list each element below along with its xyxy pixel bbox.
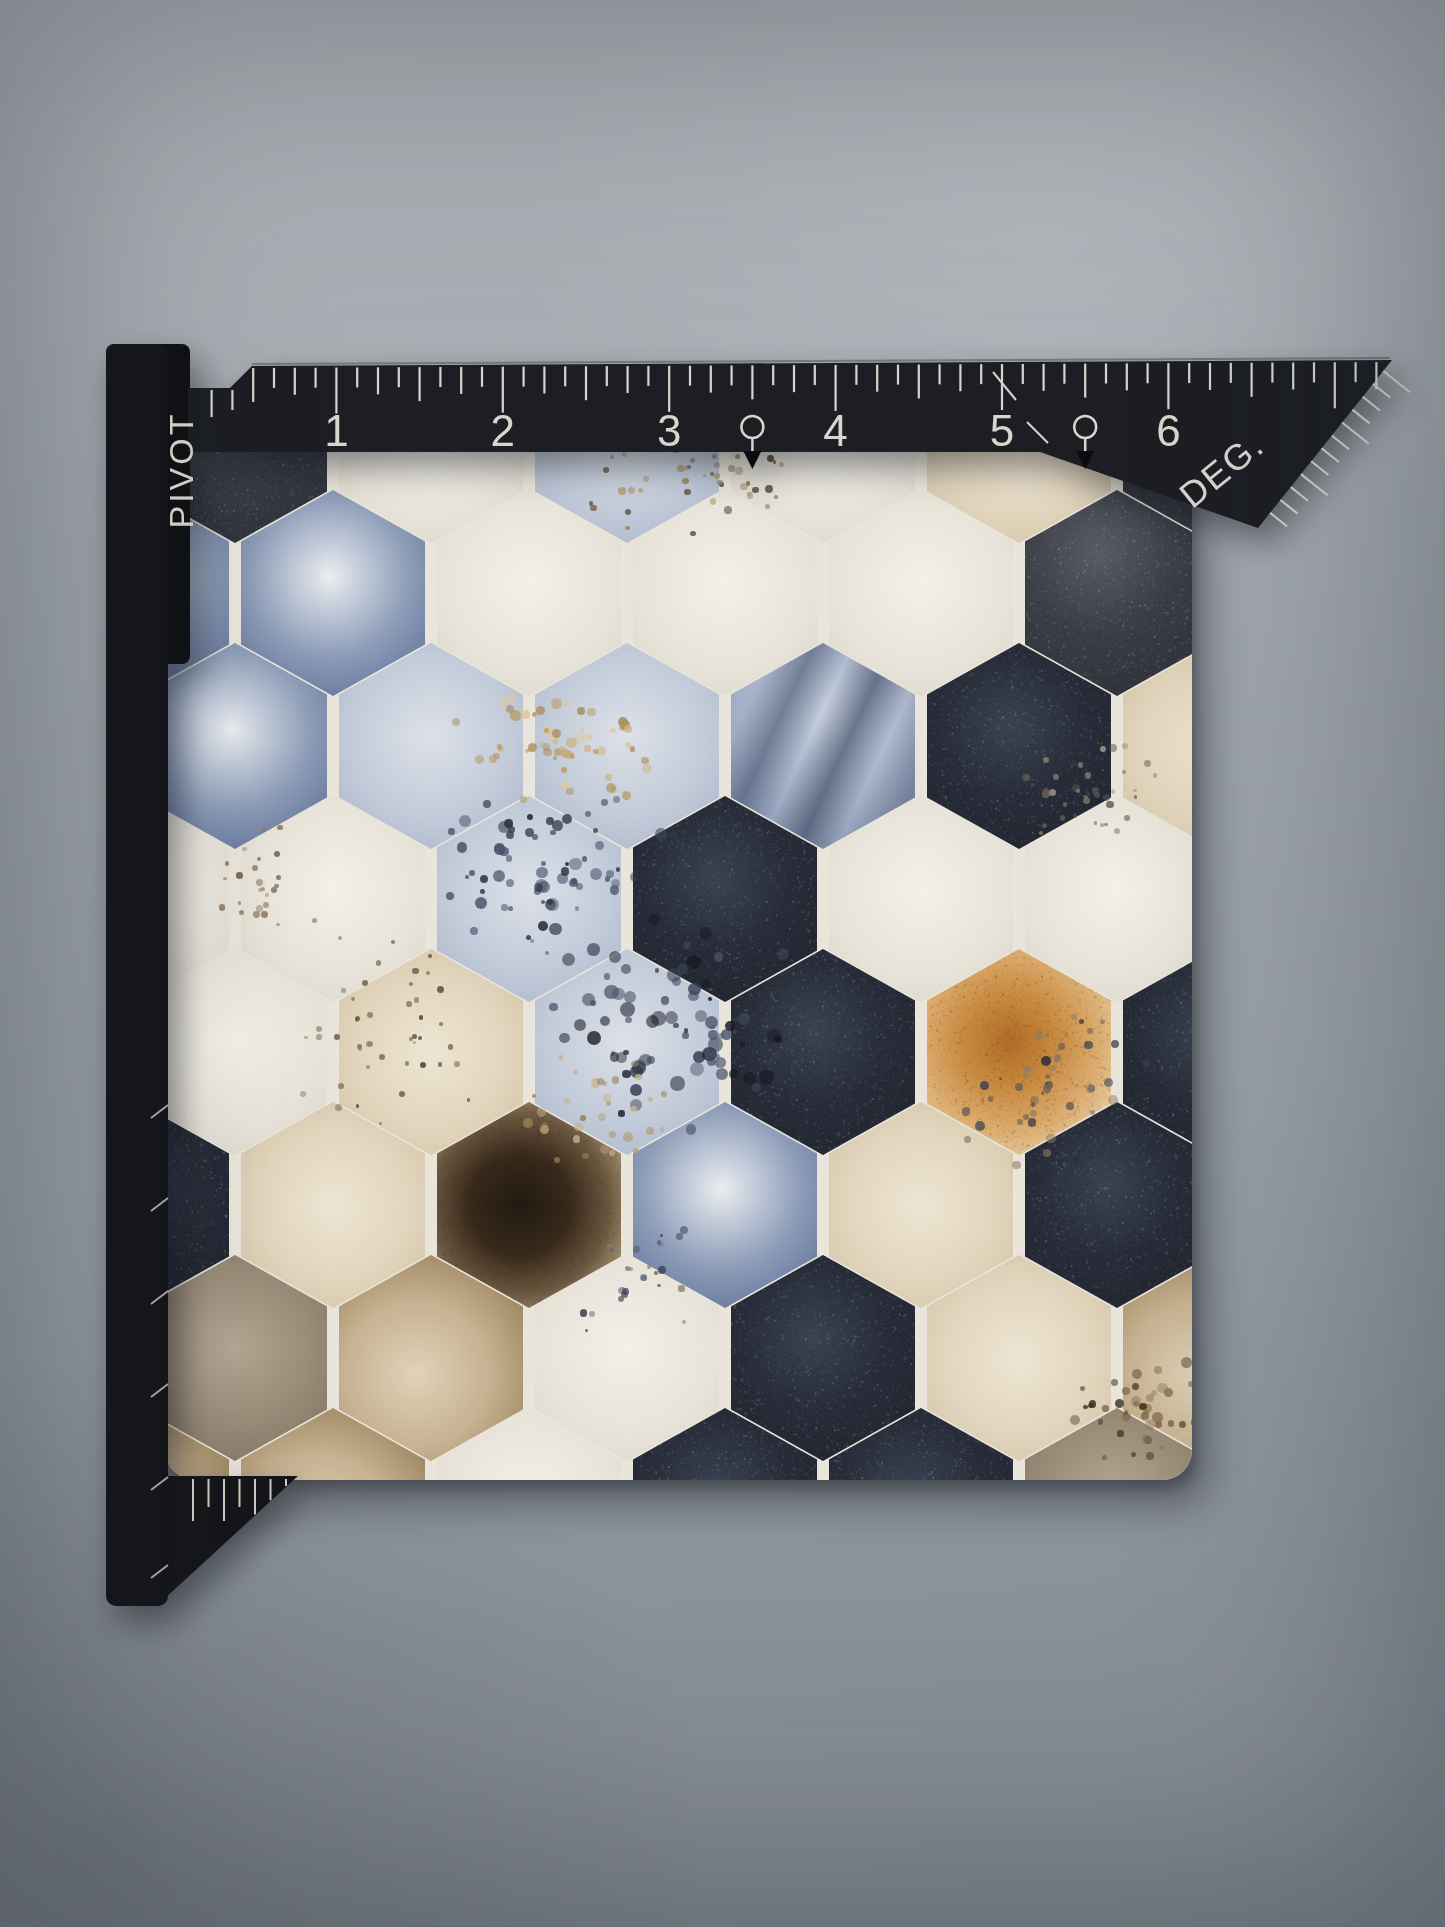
inch-label-4: 4: [823, 406, 847, 455]
tick-mark: [1291, 487, 1308, 501]
ruler-bottom-arm: [163, 1476, 298, 1600]
tick-mark: [1352, 410, 1369, 424]
tick-mark: [1373, 384, 1390, 398]
ruler-left-bar: [106, 344, 168, 1606]
tick-mark: [1280, 500, 1297, 514]
tick-mark: [1270, 513, 1287, 527]
pivot-brand-text: PIVOT: [162, 411, 200, 528]
tick-mark: [1383, 371, 1410, 392]
inch-label-3: 3: [657, 406, 681, 455]
inch-label-2: 2: [491, 406, 515, 455]
tick-mark: [1363, 397, 1380, 411]
tick-mark: [1342, 423, 1369, 444]
photo-scene: 123456 PIVOT DEG.: [0, 0, 1445, 1927]
inch-label-5: 5: [990, 406, 1014, 455]
inch-label-6: 6: [1156, 406, 1180, 455]
tick-mark: [1301, 474, 1328, 495]
pin-notch: [743, 451, 761, 469]
tick-mark: [1322, 448, 1339, 462]
inch-label-1: 1: [324, 406, 348, 455]
tick-mark: [1332, 435, 1349, 449]
pivot-square-ruler: 123456 PIVOT DEG.: [0, 0, 1445, 1927]
tick-mark: [1311, 461, 1328, 475]
